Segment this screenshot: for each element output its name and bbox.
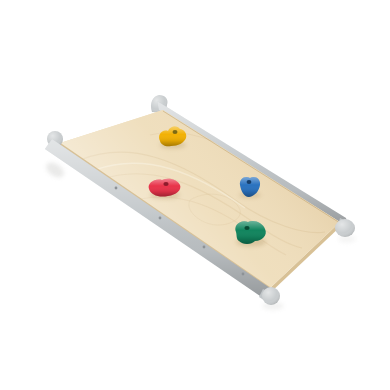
- screw-hole: [242, 273, 245, 276]
- floor-shadow-left: [43, 159, 66, 180]
- near-rail-end-knob-right-shade: [262, 287, 280, 305]
- product-photo: [0, 0, 390, 390]
- screw-hole: [203, 246, 206, 249]
- far-rail-knob-disc-shade: [335, 219, 355, 237]
- yellow-hold-bolt: [173, 130, 178, 134]
- red-hold-bolt: [163, 182, 168, 186]
- screw-hole: [115, 187, 118, 190]
- green-hold-bolt: [244, 226, 249, 230]
- board-group: [57, 110, 342, 293]
- screw-hole: [159, 217, 162, 220]
- climbing-ramp-illustration: [0, 0, 390, 390]
- blue-hold-bolt: [247, 180, 252, 184]
